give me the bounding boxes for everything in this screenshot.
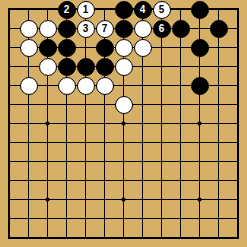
intersection[interactable]	[114, 152, 133, 171]
intersection[interactable]	[0, 19, 19, 38]
intersection[interactable]	[190, 209, 209, 228]
intersection[interactable]	[57, 190, 76, 209]
intersection[interactable]	[95, 228, 114, 247]
intersection[interactable]	[114, 95, 133, 114]
intersection[interactable]	[228, 171, 247, 190]
white-stone	[58, 77, 76, 95]
intersection[interactable]	[95, 95, 114, 114]
intersection[interactable]	[38, 19, 57, 38]
black-stone	[191, 77, 209, 95]
black-stone	[191, 1, 209, 19]
intersection[interactable]	[76, 190, 95, 209]
go-board: 2145376	[0, 0, 247, 247]
white-stone	[77, 77, 95, 95]
intersection[interactable]	[133, 19, 152, 38]
intersection[interactable]	[152, 38, 171, 57]
intersection[interactable]	[19, 38, 38, 57]
black-stone-numbered: 4	[134, 1, 152, 19]
intersection[interactable]	[38, 209, 57, 228]
intersection[interactable]	[76, 57, 95, 76]
intersection[interactable]	[19, 171, 38, 190]
intersection[interactable]	[19, 190, 38, 209]
black-stone-numbered: 2	[58, 1, 76, 19]
intersection[interactable]	[95, 190, 114, 209]
intersection[interactable]	[190, 38, 209, 57]
intersection[interactable]	[133, 95, 152, 114]
intersection[interactable]	[209, 133, 228, 152]
intersection[interactable]	[57, 152, 76, 171]
white-stone-numbered: 1	[77, 1, 95, 19]
intersection[interactable]	[95, 114, 114, 133]
intersection[interactable]	[114, 171, 133, 190]
black-stone	[115, 20, 133, 38]
white-stone	[39, 20, 57, 38]
intersection[interactable]	[228, 0, 247, 19]
intersection[interactable]	[209, 190, 228, 209]
black-stone	[96, 39, 114, 57]
intersection[interactable]	[57, 171, 76, 190]
white-stone-numbered: 5	[153, 1, 171, 19]
intersection[interactable]	[95, 171, 114, 190]
white-stone	[20, 77, 38, 95]
intersection[interactable]	[38, 0, 57, 19]
intersection[interactable]	[114, 38, 133, 57]
intersection[interactable]	[95, 133, 114, 152]
intersection[interactable]	[76, 209, 95, 228]
intersection[interactable]: 5	[152, 0, 171, 19]
black-stone	[96, 58, 114, 76]
black-stone	[77, 58, 95, 76]
intersection[interactable]	[114, 76, 133, 95]
intersection[interactable]	[228, 95, 247, 114]
black-stone	[58, 58, 76, 76]
intersection[interactable]	[209, 95, 228, 114]
intersection[interactable]	[19, 0, 38, 19]
intersection[interactable]	[38, 171, 57, 190]
black-stone	[210, 20, 228, 38]
intersection[interactable]	[57, 19, 76, 38]
intersection[interactable]	[190, 114, 209, 133]
intersection[interactable]	[57, 114, 76, 133]
intersection[interactable]	[114, 133, 133, 152]
intersection[interactable]	[133, 38, 152, 57]
intersection[interactable]	[228, 190, 247, 209]
intersection[interactable]	[171, 57, 190, 76]
intersection[interactable]	[38, 133, 57, 152]
intersection[interactable]	[95, 0, 114, 19]
intersection[interactable]	[38, 57, 57, 76]
black-stone	[58, 20, 76, 38]
intersection[interactable]	[19, 152, 38, 171]
white-stone	[39, 58, 57, 76]
intersection[interactable]	[114, 19, 133, 38]
intersection[interactable]: 2	[57, 0, 76, 19]
intersection[interactable]	[190, 57, 209, 76]
intersection[interactable]	[190, 133, 209, 152]
intersection[interactable]	[171, 228, 190, 247]
intersection[interactable]	[209, 171, 228, 190]
intersection[interactable]	[171, 19, 190, 38]
intersection[interactable]	[57, 95, 76, 114]
intersection[interactable]	[0, 209, 19, 228]
intersection[interactable]	[19, 76, 38, 95]
intersection[interactable]	[171, 133, 190, 152]
intersection[interactable]	[76, 133, 95, 152]
intersection[interactable]	[57, 38, 76, 57]
intersection[interactable]	[190, 190, 209, 209]
intersection[interactable]	[0, 38, 19, 57]
white-stone	[20, 39, 38, 57]
black-stone	[58, 39, 76, 57]
intersection[interactable]	[19, 95, 38, 114]
intersection[interactable]	[209, 38, 228, 57]
intersection[interactable]	[228, 76, 247, 95]
intersection[interactable]	[38, 190, 57, 209]
intersection[interactable]	[38, 152, 57, 171]
intersection[interactable]	[171, 76, 190, 95]
black-stone	[115, 1, 133, 19]
intersection[interactable]	[19, 19, 38, 38]
intersection[interactable]	[228, 209, 247, 228]
intersection[interactable]	[76, 76, 95, 95]
intersection[interactable]	[209, 114, 228, 133]
intersection[interactable]	[171, 171, 190, 190]
intersection[interactable]	[57, 57, 76, 76]
white-stone	[134, 20, 152, 38]
intersection[interactable]	[133, 171, 152, 190]
intersection[interactable]	[114, 190, 133, 209]
intersection[interactable]	[38, 228, 57, 247]
white-stone	[20, 20, 38, 38]
intersection[interactable]	[95, 38, 114, 57]
intersection[interactable]	[57, 209, 76, 228]
intersection[interactable]	[0, 0, 19, 19]
intersection[interactable]	[228, 38, 247, 57]
intersection[interactable]	[152, 171, 171, 190]
intersection[interactable]	[228, 228, 247, 247]
intersection[interactable]	[228, 152, 247, 171]
intersection[interactable]	[152, 133, 171, 152]
black-stone	[39, 39, 57, 57]
intersection[interactable]	[76, 114, 95, 133]
intersection[interactable]	[76, 228, 95, 247]
intersection[interactable]	[38, 76, 57, 95]
intersection[interactable]	[114, 57, 133, 76]
intersection[interactable]	[114, 209, 133, 228]
black-stone	[172, 20, 190, 38]
intersection[interactable]	[152, 57, 171, 76]
intersection[interactable]	[171, 190, 190, 209]
intersection[interactable]	[19, 228, 38, 247]
intersection[interactable]	[0, 228, 19, 247]
intersection[interactable]	[76, 95, 95, 114]
white-stone	[115, 39, 133, 57]
intersection[interactable]	[152, 209, 171, 228]
intersection[interactable]	[190, 76, 209, 95]
intersection[interactable]	[133, 57, 152, 76]
intersection[interactable]	[133, 152, 152, 171]
intersection[interactable]	[133, 133, 152, 152]
intersection[interactable]	[19, 114, 38, 133]
black-stone-numbered: 6	[153, 20, 171, 38]
intersection[interactable]	[57, 133, 76, 152]
intersection[interactable]	[0, 95, 19, 114]
intersection[interactable]	[133, 228, 152, 247]
intersection[interactable]	[190, 228, 209, 247]
intersection[interactable]	[209, 57, 228, 76]
intersection[interactable]	[114, 114, 133, 133]
intersection[interactable]	[152, 95, 171, 114]
intersection[interactable]	[228, 114, 247, 133]
intersection[interactable]	[228, 133, 247, 152]
intersection[interactable]	[209, 228, 228, 247]
intersection[interactable]	[171, 38, 190, 57]
intersection[interactable]	[95, 76, 114, 95]
intersection[interactable]	[38, 95, 57, 114]
intersection[interactable]	[209, 152, 228, 171]
intersection[interactable]	[171, 152, 190, 171]
black-stone	[191, 39, 209, 57]
intersection[interactable]	[152, 114, 171, 133]
intersection[interactable]	[152, 76, 171, 95]
intersection[interactable]	[209, 0, 228, 19]
intersection[interactable]	[95, 152, 114, 171]
intersection[interactable]	[114, 0, 133, 19]
intersection[interactable]	[228, 19, 247, 38]
white-stone	[96, 77, 114, 95]
intersection[interactable]	[57, 76, 76, 95]
intersection[interactable]	[190, 0, 209, 19]
intersection[interactable]	[38, 38, 57, 57]
intersection[interactable]: 6	[152, 19, 171, 38]
intersection[interactable]	[209, 76, 228, 95]
intersection[interactable]	[171, 0, 190, 19]
intersection[interactable]	[190, 19, 209, 38]
white-stone	[115, 58, 133, 76]
intersection[interactable]	[133, 209, 152, 228]
white-stone	[115, 96, 133, 114]
intersection[interactable]	[19, 209, 38, 228]
intersection[interactable]: 7	[95, 19, 114, 38]
intersection[interactable]	[133, 190, 152, 209]
intersection[interactable]	[114, 228, 133, 247]
intersection[interactable]	[0, 190, 19, 209]
intersection[interactable]	[171, 95, 190, 114]
intersection[interactable]	[190, 95, 209, 114]
white-stone-numbered: 7	[96, 20, 114, 38]
intersection[interactable]	[19, 133, 38, 152]
intersection[interactable]	[19, 57, 38, 76]
intersection[interactable]	[190, 152, 209, 171]
intersection[interactable]: 3	[76, 19, 95, 38]
intersection[interactable]: 1	[76, 0, 95, 19]
intersection[interactable]	[0, 76, 19, 95]
intersection[interactable]	[190, 171, 209, 190]
intersection[interactable]	[152, 152, 171, 171]
intersection[interactable]: 4	[133, 0, 152, 19]
intersection[interactable]	[152, 190, 171, 209]
intersection[interactable]	[133, 76, 152, 95]
intersection[interactable]	[57, 228, 76, 247]
intersection[interactable]	[209, 19, 228, 38]
intersection[interactable]	[228, 57, 247, 76]
intersection[interactable]	[133, 114, 152, 133]
intersection[interactable]	[171, 114, 190, 133]
white-stone-numbered: 3	[77, 20, 95, 38]
intersection[interactable]	[171, 209, 190, 228]
intersection[interactable]	[0, 133, 19, 152]
intersection[interactable]	[0, 152, 19, 171]
intersection[interactable]	[95, 57, 114, 76]
intersection[interactable]	[0, 57, 19, 76]
intersection[interactable]	[76, 152, 95, 171]
intersection[interactable]	[95, 209, 114, 228]
intersection[interactable]	[38, 114, 57, 133]
intersection[interactable]	[209, 209, 228, 228]
intersection[interactable]	[76, 38, 95, 57]
go-diagram: 2145376	[0, 0, 247, 247]
intersection[interactable]	[0, 171, 19, 190]
intersection[interactable]	[0, 114, 19, 133]
intersection[interactable]	[152, 228, 171, 247]
white-stone	[134, 39, 152, 57]
intersection[interactable]	[76, 171, 95, 190]
